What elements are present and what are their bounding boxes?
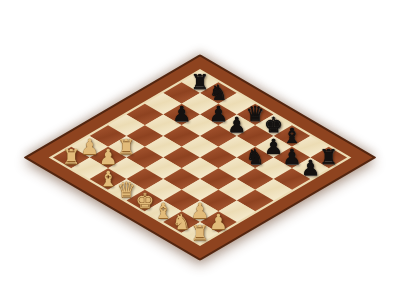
black-pawn[interactable]: ♟ [297, 155, 323, 181]
square-f6[interactable]: ♞ [237, 147, 274, 169]
square-d7[interactable]: ♟ [218, 114, 255, 136]
square-a1[interactable]: ♜ [53, 147, 90, 169]
board-accent-line: ♜♞♛♚♝♜♟♟♟♟♟♟♞♜♟♟♟♟♜♝♛♚♝♞♜ [49, 69, 352, 246]
chess-board: ♜♞♛♚♝♜♟♟♟♟♟♟♞♜♟♟♟♟♜♝♛♚♝♞♜ [53, 71, 347, 243]
chess-board-scene: ♜♞♛♚♝♜♟♟♟♟♟♟♞♜♟♟♟♟♜♝♛♚♝♞♜ [23, 54, 377, 261]
white-rook[interactable]: ♜ [58, 145, 84, 171]
square-b6[interactable]: ♟ [163, 104, 200, 126]
board-frame: ♜♞♛♚♝♜♟♟♟♟♟♟♞♜♟♟♟♟♜♝♛♚♝♞♜ [23, 54, 377, 261]
black-pawn[interactable]: ♟ [169, 101, 195, 127]
black-knight[interactable]: ♞ [242, 145, 268, 171]
black-pawn[interactable]: ♟ [224, 112, 250, 138]
square-h1[interactable]: ♜ [182, 222, 219, 244]
square-h7[interactable]: ♟ [292, 158, 329, 180]
white-rook[interactable]: ♜ [187, 220, 213, 246]
